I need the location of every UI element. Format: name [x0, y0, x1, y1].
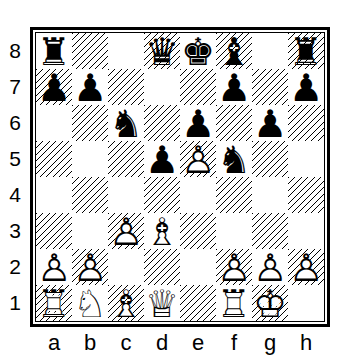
file-label-b: b — [72, 330, 108, 356]
square-g3[interactable] — [252, 213, 288, 249]
square-h8[interactable]: ♜︎ — [288, 33, 324, 69]
square-f7[interactable]: ♟︎ — [216, 69, 252, 105]
square-b3[interactable] — [72, 213, 108, 249]
black-piece-glyph: ♝︎ — [216, 33, 252, 69]
square-f3[interactable] — [216, 213, 252, 249]
square-b5[interactable] — [72, 141, 108, 177]
piece-white-pawn[interactable]: ♟︎♙︎ — [72, 249, 108, 285]
square-c3[interactable]: ♟︎♙︎ — [108, 213, 144, 249]
square-c1[interactable]: ♝︎♗︎ — [108, 285, 144, 321]
square-e3[interactable] — [180, 213, 216, 249]
piece-black-rook[interactable]: ♜︎ — [288, 33, 324, 69]
file-label-c: c — [108, 330, 144, 356]
square-c2[interactable] — [108, 249, 144, 285]
white-piece-outline-glyph: ♙︎ — [216, 249, 252, 285]
black-piece-glyph: ♜︎ — [288, 33, 324, 69]
square-f2[interactable]: ♟︎♙︎ — [216, 249, 252, 285]
white-piece-outline-glyph: ♙︎ — [288, 249, 324, 285]
file-label-g: g — [252, 330, 288, 356]
piece-white-knight[interactable]: ♞︎♘︎ — [72, 285, 108, 321]
piece-white-bishop[interactable]: ♝︎♗︎ — [144, 213, 180, 249]
square-f8[interactable]: ♝︎ — [216, 33, 252, 69]
black-piece-glyph: ♟︎ — [72, 69, 108, 105]
square-b8[interactable] — [72, 33, 108, 69]
piece-black-knight[interactable]: ♞︎ — [216, 141, 252, 177]
board-inner-border: ♜︎♛︎♚︎♝︎♜︎♟︎♟︎♟︎♟︎♞︎♟︎♟︎♟︎♟︎♙︎♞︎♟︎♙︎♝︎♗︎… — [35, 32, 325, 322]
square-g7[interactable] — [252, 69, 288, 105]
square-e1[interactable] — [180, 285, 216, 321]
piece-black-pawn[interactable]: ♟︎ — [144, 141, 180, 177]
square-f5[interactable]: ♞︎ — [216, 141, 252, 177]
square-f6[interactable] — [216, 105, 252, 141]
black-piece-glyph: ♟︎ — [180, 105, 216, 141]
piece-white-pawn[interactable]: ♟︎♙︎ — [36, 249, 72, 285]
black-piece-glyph: ♟︎ — [288, 69, 324, 105]
black-piece-glyph: ♜︎ — [36, 33, 72, 69]
white-piece-outline-glyph: ♙︎ — [108, 213, 144, 249]
square-c4[interactable] — [108, 177, 144, 213]
square-b7[interactable]: ♟︎ — [72, 69, 108, 105]
square-a4[interactable] — [36, 177, 72, 213]
black-piece-glyph: ♟︎ — [144, 141, 180, 177]
white-piece-outline-glyph: ♗︎ — [108, 285, 144, 321]
rank-label-5: 5 — [2, 141, 28, 177]
white-piece-outline-glyph: ♗︎ — [144, 213, 180, 249]
white-piece-outline-glyph: ♕︎ — [144, 285, 180, 321]
piece-black-pawn[interactable]: ♟︎ — [252, 105, 288, 141]
board-frame: ♜︎♛︎♚︎♝︎♜︎♟︎♟︎♟︎♟︎♞︎♟︎♟︎♟︎♟︎♙︎♞︎♟︎♙︎♝︎♗︎… — [30, 27, 330, 327]
square-c5[interactable] — [108, 141, 144, 177]
square-a5[interactable] — [36, 141, 72, 177]
square-c7[interactable] — [108, 69, 144, 105]
rank-label-7: 7 — [2, 69, 28, 105]
piece-black-pawn[interactable]: ♟︎ — [288, 69, 324, 105]
square-a6[interactable] — [36, 105, 72, 141]
square-a2[interactable]: ♟︎♙︎ — [36, 249, 72, 285]
file-label-e: e — [180, 330, 216, 356]
square-f4[interactable] — [216, 177, 252, 213]
square-g8[interactable] — [252, 33, 288, 69]
square-d3[interactable]: ♝︎♗︎ — [144, 213, 180, 249]
white-piece-outline-glyph: ♔︎ — [252, 285, 288, 321]
rank-labels: 87654321 — [2, 33, 28, 321]
piece-black-knight[interactable]: ♞︎ — [108, 105, 144, 141]
square-e2[interactable] — [180, 249, 216, 285]
black-piece-glyph: ♛︎ — [144, 33, 180, 69]
black-piece-glyph: ♟︎ — [252, 105, 288, 141]
square-h1[interactable] — [288, 285, 324, 321]
square-g6[interactable]: ♟︎ — [252, 105, 288, 141]
square-h6[interactable] — [288, 105, 324, 141]
white-piece-outline-glyph: ♖︎ — [36, 285, 72, 321]
square-d7[interactable] — [144, 69, 180, 105]
piece-black-rook[interactable]: ♜︎ — [36, 33, 72, 69]
black-piece-glyph: ♚︎ — [180, 33, 216, 69]
square-d2[interactable] — [144, 249, 180, 285]
rank-label-1: 1 — [2, 285, 28, 321]
file-label-f: f — [216, 330, 252, 356]
piece-white-pawn[interactable]: ♟︎♙︎ — [288, 249, 324, 285]
black-piece-glyph: ♞︎ — [108, 105, 144, 141]
file-label-d: d — [144, 330, 180, 356]
square-g1[interactable]: ♚︎♔︎ — [252, 285, 288, 321]
square-b6[interactable] — [72, 105, 108, 141]
square-b4[interactable] — [72, 177, 108, 213]
rank-label-4: 4 — [2, 177, 28, 213]
square-a1[interactable]: ♜︎♖︎ — [36, 285, 72, 321]
square-h5[interactable] — [288, 141, 324, 177]
piece-white-queen[interactable]: ♛︎♕︎ — [144, 285, 180, 321]
square-d8[interactable]: ♛︎ — [144, 33, 180, 69]
white-piece-outline-glyph: ♖︎ — [216, 285, 252, 321]
square-e8[interactable]: ♚︎ — [180, 33, 216, 69]
file-label-a: a — [36, 330, 72, 356]
square-h4[interactable] — [288, 177, 324, 213]
piece-white-king[interactable]: ♚︎♔︎ — [252, 285, 288, 321]
white-piece-outline-glyph: ♙︎ — [36, 249, 72, 285]
white-piece-outline-glyph: ♙︎ — [180, 141, 216, 177]
square-a3[interactable] — [36, 213, 72, 249]
square-e5[interactable]: ♟︎♙︎ — [180, 141, 216, 177]
square-e4[interactable] — [180, 177, 216, 213]
square-d4[interactable] — [144, 177, 180, 213]
black-piece-glyph: ♟︎ — [36, 69, 72, 105]
piece-black-pawn[interactable]: ♟︎ — [72, 69, 108, 105]
square-d6[interactable] — [144, 105, 180, 141]
piece-white-pawn[interactable]: ♟︎♙︎ — [180, 141, 216, 177]
rank-label-8: 8 — [2, 33, 28, 69]
square-a8[interactable]: ♜︎ — [36, 33, 72, 69]
piece-black-pawn[interactable]: ♟︎ — [180, 105, 216, 141]
black-piece-glyph: ♞︎ — [216, 141, 252, 177]
square-e6[interactable]: ♟︎ — [180, 105, 216, 141]
chessboard-diagram: 87654321 abcdefgh ♜︎♛︎♚︎♝︎♜︎♟︎♟︎♟︎♟︎♞︎♟︎… — [0, 0, 360, 360]
board-grid: ♜︎♛︎♚︎♝︎♜︎♟︎♟︎♟︎♟︎♞︎♟︎♟︎♟︎♟︎♙︎♞︎♟︎♙︎♝︎♗︎… — [36, 33, 324, 321]
piece-black-pawn[interactable]: ♟︎ — [36, 69, 72, 105]
piece-black-king[interactable]: ♚︎ — [180, 33, 216, 69]
piece-white-pawn[interactable]: ♟︎♙︎ — [108, 213, 144, 249]
piece-white-rook[interactable]: ♜︎♖︎ — [216, 285, 252, 321]
square-c6[interactable]: ♞︎ — [108, 105, 144, 141]
rank-label-2: 2 — [2, 249, 28, 285]
piece-black-pawn[interactable]: ♟︎ — [216, 69, 252, 105]
square-h2[interactable]: ♟︎♙︎ — [288, 249, 324, 285]
square-f1[interactable]: ♜︎♖︎ — [216, 285, 252, 321]
square-g5[interactable] — [252, 141, 288, 177]
piece-white-bishop[interactable]: ♝︎♗︎ — [108, 285, 144, 321]
square-b1[interactable]: ♞︎♘︎ — [72, 285, 108, 321]
piece-white-pawn[interactable]: ♟︎♙︎ — [252, 249, 288, 285]
piece-white-pawn[interactable]: ♟︎♙︎ — [216, 249, 252, 285]
square-g4[interactable] — [252, 177, 288, 213]
rank-label-3: 3 — [2, 213, 28, 249]
square-d1[interactable]: ♛︎♕︎ — [144, 285, 180, 321]
rank-label-6: 6 — [2, 105, 28, 141]
square-a7[interactable]: ♟︎ — [36, 69, 72, 105]
white-piece-outline-glyph: ♙︎ — [72, 249, 108, 285]
square-c8[interactable] — [108, 33, 144, 69]
square-g2[interactable]: ♟︎♙︎ — [252, 249, 288, 285]
piece-white-rook[interactable]: ♜︎♖︎ — [36, 285, 72, 321]
file-label-h: h — [288, 330, 324, 356]
square-b2[interactable]: ♟︎♙︎ — [72, 249, 108, 285]
square-h3[interactable] — [288, 213, 324, 249]
black-piece-glyph: ♟︎ — [216, 69, 252, 105]
square-d5[interactable]: ♟︎ — [144, 141, 180, 177]
square-e7[interactable] — [180, 69, 216, 105]
white-piece-outline-glyph: ♙︎ — [252, 249, 288, 285]
file-labels: abcdefgh — [36, 330, 324, 356]
white-piece-outline-glyph: ♘︎ — [72, 285, 108, 321]
piece-black-queen[interactable]: ♛︎ — [144, 33, 180, 69]
piece-black-bishop[interactable]: ♝︎ — [216, 33, 252, 69]
square-h7[interactable]: ♟︎ — [288, 69, 324, 105]
